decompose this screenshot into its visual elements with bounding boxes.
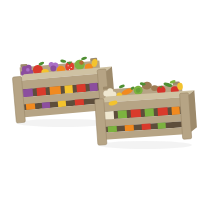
produce-glimpse <box>108 126 117 133</box>
produce-glimpse <box>75 99 84 106</box>
right-crate-shadow <box>98 141 192 149</box>
produce-glimpse <box>131 109 142 118</box>
produce-glimpse <box>145 108 155 117</box>
produce-glimpse <box>64 85 73 94</box>
toy-crates-illustration <box>0 0 200 200</box>
produce-glimpse <box>158 122 166 129</box>
leaf <box>60 59 66 63</box>
produce-glimpse <box>89 83 98 92</box>
vegetable-crate <box>94 78 198 145</box>
produce-glimpse <box>76 84 86 93</box>
produce-glimpse <box>58 101 66 108</box>
produce-glimpse <box>157 107 168 116</box>
produce-glimpse <box>49 86 61 95</box>
produce-glimpse <box>171 106 180 115</box>
produce-glimpse <box>118 110 128 119</box>
produce-glimpse <box>42 102 50 109</box>
product-photo <box>0 0 200 200</box>
leaf <box>119 84 126 89</box>
produce-glimpse <box>36 87 46 96</box>
produce-glimpse <box>26 103 35 110</box>
produce-glimpse <box>142 123 151 130</box>
produce-glimpse <box>125 125 134 132</box>
leaf <box>81 56 88 60</box>
